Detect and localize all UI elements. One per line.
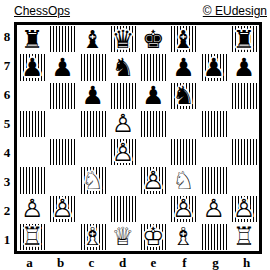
piece-halo: ♟ (168, 53, 198, 81)
file-label-a: a (14, 255, 45, 270)
square-e6[interactable]: ♟♟ (138, 82, 168, 110)
square-a5[interactable] (17, 110, 47, 138)
chess-board[interactable]: ♜♜♝♝♛♛♚♚♝♝♜♜♟♟♟♟♞♞♟♟♟♟♟♟♟♟♟♟♞♞♟♙♟♙♞♘♟♙♞♘… (14, 22, 262, 254)
piece-halo: ♟ (17, 53, 47, 81)
rank-label-6: 6 (0, 80, 14, 109)
piece-halo: ♟ (108, 110, 138, 138)
square-g6[interactable] (199, 82, 229, 110)
square-d2[interactable] (108, 195, 138, 223)
square-h8[interactable]: ♜♜ (229, 25, 259, 53)
square-g1[interactable] (199, 223, 229, 251)
piece-black-pawn-icon[interactable]: ♟ (229, 53, 259, 81)
piece-white-pawn-icon[interactable]: ♙ (199, 195, 229, 223)
square-g3[interactable] (199, 166, 229, 194)
square-e3[interactable]: ♟♙ (138, 166, 168, 194)
piece-halo: ♞ (78, 166, 108, 194)
square-a7[interactable]: ♟♟ (17, 53, 47, 81)
file-label-b: b (45, 255, 76, 270)
square-b3[interactable] (47, 166, 77, 194)
rank-labels: 87654321 (0, 22, 14, 254)
file-label-g: g (200, 255, 231, 270)
square-b4[interactable] (47, 138, 77, 166)
piece-halo: ♚ (138, 25, 168, 53)
piece-white-king-icon[interactable]: ♔ (138, 223, 168, 251)
square-c2[interactable] (78, 195, 108, 223)
piece-white-rook-icon[interactable]: ♖ (229, 223, 259, 251)
square-a1[interactable]: ♜♖ (17, 223, 47, 251)
square-f3[interactable]: ♞♘ (168, 166, 198, 194)
square-a2[interactable]: ♟♙ (17, 195, 47, 223)
square-e8[interactable]: ♚♚ (138, 25, 168, 53)
file-label-e: e (138, 255, 169, 270)
square-c7[interactable] (78, 53, 108, 81)
app-title: ChessOps (14, 4, 70, 18)
piece-halo: ♟ (229, 53, 259, 81)
square-d6[interactable] (108, 82, 138, 110)
square-f2[interactable]: ♟♙ (168, 195, 198, 223)
piece-halo: ♟ (199, 195, 229, 223)
square-g5[interactable] (199, 110, 229, 138)
square-d8[interactable]: ♛♛ (108, 25, 138, 53)
piece-halo: ♟ (199, 53, 229, 81)
piece-halo: ♟ (78, 82, 108, 110)
piece-halo: ♝ (78, 25, 108, 53)
piece-halo: ♟ (108, 138, 138, 166)
square-e2[interactable] (138, 195, 168, 223)
rank-label-3: 3 (0, 167, 14, 196)
chessops-window: ChessOps © EUdesign 87654321 ♜♜♝♝♛♛♚♚♝♝♜… (0, 0, 270, 270)
piece-halo: ♜ (17, 223, 47, 251)
piece-halo: ♜ (229, 223, 259, 251)
square-h4[interactable] (229, 138, 259, 166)
piece-white-pawn-icon[interactable]: ♙ (17, 195, 47, 223)
square-c6[interactable]: ♟♟ (78, 82, 108, 110)
piece-white-rook-icon[interactable]: ♖ (17, 223, 47, 251)
square-h7[interactable]: ♟♟ (229, 53, 259, 81)
piece-halo: ♟ (47, 53, 77, 81)
piece-white-pawn-icon[interactable]: ♙ (229, 195, 259, 223)
square-c8[interactable]: ♝♝ (78, 25, 108, 53)
piece-halo: ♟ (229, 195, 259, 223)
square-b1[interactable] (47, 223, 77, 251)
header-bar: ChessOps © EUdesign (0, 2, 270, 22)
piece-white-pawn-icon[interactable]: ♙ (138, 166, 168, 194)
square-h5[interactable] (229, 110, 259, 138)
square-d3[interactable] (108, 166, 138, 194)
piece-black-bishop-icon[interactable]: ♝ (78, 25, 108, 53)
piece-white-pawn-icon[interactable]: ♙ (47, 195, 77, 223)
rank-label-7: 7 (0, 51, 14, 80)
file-label-h: h (231, 255, 262, 270)
square-g4[interactable] (199, 138, 229, 166)
credit-label: © EUdesign (203, 4, 267, 18)
square-e5[interactable] (138, 110, 168, 138)
piece-black-bishop-icon[interactable]: ♝ (168, 25, 198, 53)
rank-label-1: 1 (0, 225, 14, 254)
square-b5[interactable] (47, 110, 77, 138)
piece-halo: ♜ (17, 25, 47, 53)
piece-white-bishop-icon[interactable]: ♗ (78, 223, 108, 251)
square-b6[interactable] (47, 82, 77, 110)
square-a4[interactable] (17, 138, 47, 166)
piece-halo: ♛ (108, 25, 138, 53)
square-a8[interactable]: ♜♜ (17, 25, 47, 53)
piece-black-pawn-icon[interactable]: ♟ (138, 82, 168, 110)
square-e4[interactable] (138, 138, 168, 166)
piece-black-knight-icon[interactable]: ♞ (168, 82, 198, 110)
square-d1[interactable]: ♛♕ (108, 223, 138, 251)
square-f4[interactable] (168, 138, 198, 166)
piece-halo: ♟ (17, 195, 47, 223)
square-d7[interactable]: ♞♞ (108, 53, 138, 81)
piece-white-pawn-icon[interactable]: ♙ (168, 195, 198, 223)
square-h1[interactable]: ♜♖ (229, 223, 259, 251)
file-label-c: c (76, 255, 107, 270)
piece-black-rook-icon[interactable]: ♜ (17, 25, 47, 53)
piece-white-pawn-icon[interactable]: ♙ (108, 110, 138, 138)
square-a6[interactable] (17, 82, 47, 110)
square-h6[interactable] (229, 82, 259, 110)
piece-halo: ♟ (138, 166, 168, 194)
piece-halo: ♟ (168, 195, 198, 223)
file-label-d: d (107, 255, 138, 270)
piece-halo: ♛ (108, 223, 138, 251)
rank-label-4: 4 (0, 138, 14, 167)
file-label-f: f (169, 255, 200, 270)
square-d4[interactable]: ♟♙ (108, 138, 138, 166)
square-e7[interactable] (138, 53, 168, 81)
piece-halo: ♝ (78, 223, 108, 251)
square-c1[interactable]: ♝♗ (78, 223, 108, 251)
piece-white-queen-icon[interactable]: ♕ (108, 223, 138, 251)
square-d5[interactable]: ♟♙ (108, 110, 138, 138)
piece-black-pawn-icon[interactable]: ♟ (47, 53, 77, 81)
square-g8[interactable] (199, 25, 229, 53)
piece-black-pawn-icon[interactable]: ♟ (168, 53, 198, 81)
piece-black-pawn-icon[interactable]: ♟ (17, 53, 47, 81)
piece-black-knight-icon[interactable]: ♞ (108, 53, 138, 81)
square-c4[interactable] (78, 138, 108, 166)
square-a3[interactable] (17, 166, 47, 194)
square-b7[interactable]: ♟♟ (47, 53, 77, 81)
piece-white-pawn-icon[interactable]: ♙ (108, 138, 138, 166)
piece-halo: ♟ (47, 195, 77, 223)
square-f6[interactable]: ♞♞ (168, 82, 198, 110)
square-c3[interactable]: ♞♘ (78, 166, 108, 194)
piece-halo: ♝ (168, 25, 198, 53)
piece-white-bishop-icon[interactable]: ♗ (168, 223, 198, 251)
square-h2[interactable]: ♟♙ (229, 195, 259, 223)
square-g7[interactable]: ♟♟ (199, 53, 229, 81)
rank-label-8: 8 (0, 22, 14, 51)
piece-black-pawn-icon[interactable]: ♟ (78, 82, 108, 110)
square-b8[interactable] (47, 25, 77, 53)
rank-label-5: 5 (0, 109, 14, 138)
square-b2[interactable]: ♟♙ (47, 195, 77, 223)
piece-halo: ♞ (108, 53, 138, 81)
square-f1[interactable]: ♝♗ (168, 223, 198, 251)
square-f5[interactable] (168, 110, 198, 138)
square-f8[interactable]: ♝♝ (168, 25, 198, 53)
square-f7[interactable]: ♟♟ (168, 53, 198, 81)
piece-white-knight-icon[interactable]: ♘ (78, 166, 108, 194)
square-e1[interactable]: ♚♔ (138, 223, 168, 251)
piece-black-queen-icon[interactable]: ♛ (108, 25, 138, 53)
piece-halo: ♞ (168, 166, 198, 194)
piece-halo: ♞ (168, 82, 198, 110)
piece-white-knight-icon[interactable]: ♘ (168, 166, 198, 194)
piece-halo: ♟ (138, 82, 168, 110)
square-g2[interactable]: ♟♙ (199, 195, 229, 223)
square-h3[interactable] (229, 166, 259, 194)
piece-halo: ♝ (168, 223, 198, 251)
piece-halo: ♜ (229, 25, 259, 53)
piece-halo: ♚ (138, 223, 168, 251)
piece-black-king-icon[interactable]: ♚ (138, 25, 168, 53)
piece-black-pawn-icon[interactable]: ♟ (199, 53, 229, 81)
file-labels: abcdefgh (14, 255, 262, 269)
piece-black-rook-icon[interactable]: ♜ (229, 25, 259, 53)
square-c5[interactable] (78, 110, 108, 138)
rank-label-2: 2 (0, 196, 14, 225)
